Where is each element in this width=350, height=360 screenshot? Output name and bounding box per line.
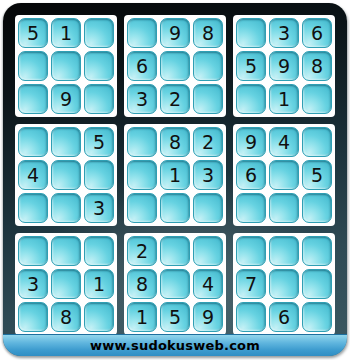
cell-r6c7[interactable] [236, 193, 266, 223]
cell-r4c5[interactable]: 8 [160, 127, 190, 157]
box-2-2: 8213 [124, 124, 226, 226]
box-1-3: 365981 [233, 15, 335, 117]
box-2-1: 543 [15, 124, 117, 226]
cell-r2c4[interactable]: 6 [127, 51, 157, 81]
cell-r8c8[interactable] [269, 269, 299, 299]
cell-r5c5[interactable]: 1 [160, 160, 190, 190]
cell-r5c3[interactable] [84, 160, 114, 190]
cell-r3c3[interactable] [84, 84, 114, 114]
cell-r3c6[interactable] [193, 84, 223, 114]
cell-r8c6[interactable]: 4 [193, 269, 223, 299]
cell-r1c4[interactable] [127, 18, 157, 48]
cell-r1c5[interactable]: 9 [160, 18, 190, 48]
cell-r8c9[interactable] [302, 269, 332, 299]
cell-r8c1[interactable]: 3 [18, 269, 48, 299]
cell-r5c6[interactable]: 3 [193, 160, 223, 190]
cell-r8c4[interactable]: 8 [127, 269, 157, 299]
cell-r2c5[interactable] [160, 51, 190, 81]
cell-r2c1[interactable] [18, 51, 48, 81]
cell-r7c6[interactable] [193, 236, 223, 266]
cell-r1c2[interactable]: 1 [51, 18, 81, 48]
site-url: www.sudokusweb.com [90, 338, 260, 353]
box-3-2: 284159 [124, 233, 226, 335]
cell-r2c3[interactable] [84, 51, 114, 81]
cell-r4c1[interactable] [18, 127, 48, 157]
cell-r5c7[interactable]: 6 [236, 160, 266, 190]
box-2-3: 9465 [233, 124, 335, 226]
cell-r4c7[interactable]: 9 [236, 127, 266, 157]
cell-r4c8[interactable]: 4 [269, 127, 299, 157]
cell-r9c5[interactable]: 5 [160, 302, 190, 332]
cell-r6c4[interactable] [127, 193, 157, 223]
cell-r7c1[interactable] [18, 236, 48, 266]
cell-r4c4[interactable] [127, 127, 157, 157]
cell-r2c7[interactable]: 5 [236, 51, 266, 81]
cell-r5c4[interactable] [127, 160, 157, 190]
box-3-1: 318 [15, 233, 117, 335]
cell-r6c2[interactable] [51, 193, 81, 223]
cell-r3c7[interactable] [236, 84, 266, 114]
cell-r4c6[interactable]: 2 [193, 127, 223, 157]
sudoku-board: 519986323659815438213946531828415976 www… [3, 3, 347, 356]
cell-r5c2[interactable] [51, 160, 81, 190]
cell-r1c6[interactable]: 8 [193, 18, 223, 48]
cell-r6c8[interactable] [269, 193, 299, 223]
cell-r2c6[interactable] [193, 51, 223, 81]
cell-r5c9[interactable]: 5 [302, 160, 332, 190]
cell-r3c8[interactable]: 1 [269, 84, 299, 114]
cell-r3c5[interactable]: 2 [160, 84, 190, 114]
cell-r2c2[interactable] [51, 51, 81, 81]
cell-r1c7[interactable] [236, 18, 266, 48]
cell-r5c8[interactable] [269, 160, 299, 190]
cell-r7c3[interactable] [84, 236, 114, 266]
cell-r6c9[interactable] [302, 193, 332, 223]
cell-r7c8[interactable] [269, 236, 299, 266]
cell-r8c3[interactable]: 1 [84, 269, 114, 299]
site-banner: www.sudokusweb.com [3, 334, 347, 356]
cell-r4c3[interactable]: 5 [84, 127, 114, 157]
cell-r9c7[interactable] [236, 302, 266, 332]
cell-r9c1[interactable] [18, 302, 48, 332]
cell-r9c3[interactable] [84, 302, 114, 332]
cell-r6c1[interactable] [18, 193, 48, 223]
cell-r7c7[interactable] [236, 236, 266, 266]
cell-r9c2[interactable]: 8 [51, 302, 81, 332]
sudoku-grid: 519986323659815438213946531828415976 [15, 15, 335, 335]
cell-r3c2[interactable]: 9 [51, 84, 81, 114]
cell-r3c9[interactable] [302, 84, 332, 114]
cell-r7c4[interactable]: 2 [127, 236, 157, 266]
cell-r4c2[interactable] [51, 127, 81, 157]
cell-r1c1[interactable]: 5 [18, 18, 48, 48]
cell-r7c5[interactable] [160, 236, 190, 266]
cell-r1c8[interactable]: 3 [269, 18, 299, 48]
cell-r7c2[interactable] [51, 236, 81, 266]
cell-r9c8[interactable]: 6 [269, 302, 299, 332]
cell-r4c9[interactable] [302, 127, 332, 157]
box-3-3: 76 [233, 233, 335, 335]
cell-r8c7[interactable]: 7 [236, 269, 266, 299]
cell-r1c3[interactable] [84, 18, 114, 48]
cell-r3c4[interactable]: 3 [127, 84, 157, 114]
cell-r9c9[interactable] [302, 302, 332, 332]
cell-r5c1[interactable]: 4 [18, 160, 48, 190]
cell-r6c3[interactable]: 3 [84, 193, 114, 223]
cell-r8c2[interactable] [51, 269, 81, 299]
cell-r2c8[interactable]: 9 [269, 51, 299, 81]
cell-r6c6[interactable] [193, 193, 223, 223]
cell-r6c5[interactable] [160, 193, 190, 223]
cell-r7c9[interactable] [302, 236, 332, 266]
cell-r2c9[interactable]: 8 [302, 51, 332, 81]
cell-r9c6[interactable]: 9 [193, 302, 223, 332]
cell-r1c9[interactable]: 6 [302, 18, 332, 48]
cell-r3c1[interactable] [18, 84, 48, 114]
box-1-2: 98632 [124, 15, 226, 117]
box-1-1: 519 [15, 15, 117, 117]
cell-r8c5[interactable] [160, 269, 190, 299]
cell-r9c4[interactable]: 1 [127, 302, 157, 332]
